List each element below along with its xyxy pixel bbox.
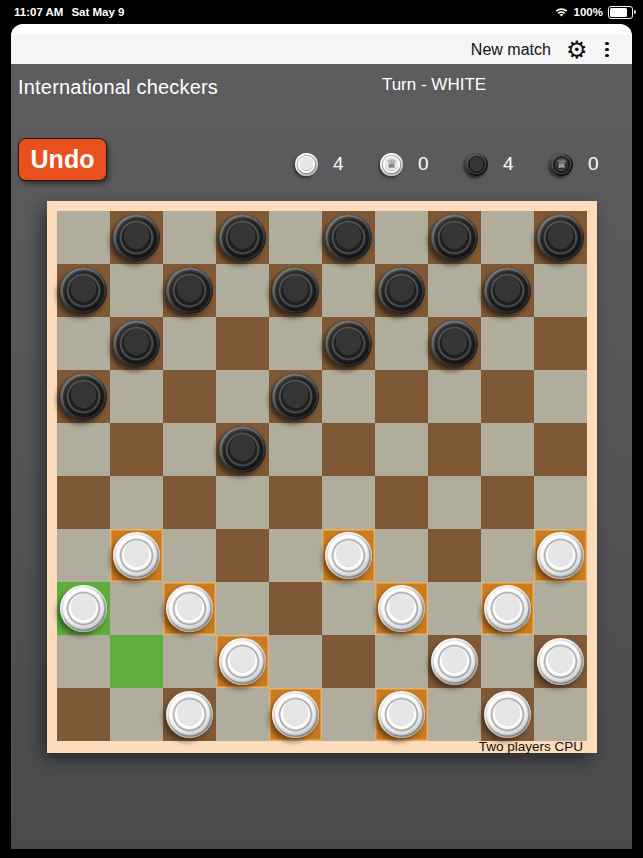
square-r10c8 <box>428 688 481 741</box>
black-piece[interactable] <box>272 373 319 420</box>
square-r8c1[interactable] <box>57 582 110 635</box>
counter-white-man: 4 <box>295 152 344 176</box>
black-piece[interactable] <box>431 214 478 261</box>
square-r10c7[interactable] <box>375 688 428 741</box>
black-piece[interactable] <box>537 214 584 261</box>
square-r5c10[interactable] <box>534 423 587 476</box>
square-r6c3[interactable] <box>163 476 216 529</box>
white-piece[interactable] <box>219 638 266 685</box>
white-piece[interactable] <box>484 585 531 632</box>
square-r10c10 <box>534 688 587 741</box>
square-r7c8[interactable] <box>428 529 481 582</box>
square-r2c6 <box>322 264 375 317</box>
square-r3c1 <box>57 317 110 370</box>
wifi-icon <box>554 7 569 18</box>
status-date: Sat May 9 <box>71 6 124 18</box>
square-r5c3 <box>163 423 216 476</box>
black-piece[interactable] <box>113 214 160 261</box>
square-r7c5 <box>269 529 322 582</box>
square-r10c6 <box>322 688 375 741</box>
black-piece[interactable] <box>272 267 319 314</box>
counter-black-man-value: 4 <box>503 153 514 175</box>
square-r5c8[interactable] <box>428 423 481 476</box>
square-r4c6 <box>322 370 375 423</box>
square-r4c2 <box>110 370 163 423</box>
page-title: International checkers <box>18 76 218 99</box>
square-r7c4[interactable] <box>216 529 269 582</box>
square-r8c4 <box>216 582 269 635</box>
square-r10c4 <box>216 688 269 741</box>
square-r2c10 <box>534 264 587 317</box>
square-r9c4[interactable] <box>216 635 269 688</box>
square-r9c3 <box>163 635 216 688</box>
square-r7c7 <box>375 529 428 582</box>
square-r8c3[interactable] <box>163 582 216 635</box>
black-piece[interactable] <box>484 267 531 314</box>
board-grid <box>57 211 587 741</box>
square-r5c1 <box>57 423 110 476</box>
square-r9c2[interactable] <box>110 635 163 688</box>
square-r2c7[interactable] <box>375 264 428 317</box>
game-mode-label: Two players CPU <box>479 741 583 754</box>
square-r5c9 <box>481 423 534 476</box>
white-piece[interactable] <box>113 532 160 579</box>
square-r4c5[interactable] <box>269 370 322 423</box>
square-r6c4 <box>216 476 269 529</box>
white-piece[interactable] <box>484 691 531 738</box>
black-piece[interactable] <box>219 426 266 473</box>
square-r8c10 <box>534 582 587 635</box>
square-r10c3[interactable] <box>163 688 216 741</box>
square-r5c4[interactable] <box>216 423 269 476</box>
square-r1c2[interactable] <box>110 211 163 264</box>
square-r6c6 <box>322 476 375 529</box>
square-r9c5 <box>269 635 322 688</box>
square-r10c1[interactable] <box>57 688 110 741</box>
white-piece[interactable] <box>378 691 425 738</box>
black-man-icon <box>465 153 488 176</box>
black-piece[interactable] <box>325 214 372 261</box>
square-r8c2 <box>110 582 163 635</box>
square-r2c4 <box>216 264 269 317</box>
square-r4c1[interactable] <box>57 370 110 423</box>
square-r3c9 <box>481 317 534 370</box>
square-r1c9 <box>481 211 534 264</box>
square-r5c2[interactable] <box>110 423 163 476</box>
white-piece[interactable] <box>325 532 372 579</box>
white-piece[interactable] <box>537 638 584 685</box>
square-r3c2[interactable] <box>110 317 163 370</box>
square-r1c10[interactable] <box>534 211 587 264</box>
square-r3c10[interactable] <box>534 317 587 370</box>
counter-black-king: ♕ 0 <box>550 152 599 176</box>
header-bar: International checkers Turn - WHITE <box>11 64 632 110</box>
square-r3c5 <box>269 317 322 370</box>
square-r7c6[interactable] <box>322 529 375 582</box>
black-piece[interactable] <box>219 214 266 261</box>
white-piece[interactable] <box>166 585 213 632</box>
square-r3c3 <box>163 317 216 370</box>
square-r3c7 <box>375 317 428 370</box>
black-piece[interactable] <box>113 320 160 367</box>
square-r10c5[interactable] <box>269 688 322 741</box>
new-match-button[interactable]: New match <box>471 41 551 59</box>
square-r3c6[interactable] <box>322 317 375 370</box>
square-r1c5 <box>269 211 322 264</box>
black-piece[interactable] <box>325 320 372 367</box>
square-r5c6[interactable] <box>322 423 375 476</box>
square-r1c1 <box>57 211 110 264</box>
counter-white-king-value: 0 <box>418 153 429 175</box>
checkers-board: Two players CPU <box>47 201 597 753</box>
square-r2c2 <box>110 264 163 317</box>
white-piece[interactable] <box>166 691 213 738</box>
counter-black-man: 4 <box>465 152 514 176</box>
square-r8c8 <box>428 582 481 635</box>
square-r8c6 <box>322 582 375 635</box>
square-r4c4 <box>216 370 269 423</box>
square-r2c1[interactable] <box>57 264 110 317</box>
square-r4c9[interactable] <box>481 370 534 423</box>
square-r1c4[interactable] <box>216 211 269 264</box>
square-r9c1 <box>57 635 110 688</box>
square-r6c7[interactable] <box>375 476 428 529</box>
square-r4c10 <box>534 370 587 423</box>
black-piece[interactable] <box>431 320 478 367</box>
square-r10c2 <box>110 688 163 741</box>
square-r9c8[interactable] <box>428 635 481 688</box>
square-r4c7[interactable] <box>375 370 428 423</box>
undo-button[interactable]: Undo <box>18 138 107 181</box>
square-r2c8 <box>428 264 481 317</box>
white-king-icon: ♕ <box>380 153 403 176</box>
status-time: 11:07 AM <box>14 6 63 18</box>
white-man-icon <box>295 153 318 176</box>
black-king-icon: ♕ <box>550 153 573 176</box>
square-r1c6[interactable] <box>322 211 375 264</box>
square-r6c5[interactable] <box>269 476 322 529</box>
square-r6c10 <box>534 476 587 529</box>
counter-black-king-value: 0 <box>588 153 599 175</box>
white-piece[interactable] <box>272 691 319 738</box>
white-piece[interactable] <box>537 532 584 579</box>
square-r8c5[interactable] <box>269 582 322 635</box>
turn-indicator: Turn - WHITE <box>382 75 486 95</box>
square-r9c10[interactable] <box>534 635 587 688</box>
square-r9c7 <box>375 635 428 688</box>
toolbar: New match ⚙ <box>11 35 632 64</box>
app-window: New match ⚙ International checkers Turn … <box>11 24 632 849</box>
square-r7c10[interactable] <box>534 529 587 582</box>
status-bar: 11:07 AM Sat May 9 100% <box>0 0 643 24</box>
square-r1c3 <box>163 211 216 264</box>
square-r2c5[interactable] <box>269 264 322 317</box>
black-piece[interactable] <box>378 267 425 314</box>
white-piece[interactable] <box>431 638 478 685</box>
settings-gear-icon[interactable]: ⚙ <box>566 38 588 62</box>
square-r7c3 <box>163 529 216 582</box>
square-r3c8[interactable] <box>428 317 481 370</box>
square-r2c3[interactable] <box>163 264 216 317</box>
square-r7c9 <box>481 529 534 582</box>
square-r7c1 <box>57 529 110 582</box>
overflow-menu-icon[interactable] <box>602 40 612 60</box>
window-top-band <box>11 24 632 35</box>
square-r6c8 <box>428 476 481 529</box>
square-r7c2[interactable] <box>110 529 163 582</box>
square-r9c6[interactable] <box>322 635 375 688</box>
square-r4c3[interactable] <box>163 370 216 423</box>
square-r10c9[interactable] <box>481 688 534 741</box>
square-r8c7[interactable] <box>375 582 428 635</box>
square-r6c1[interactable] <box>57 476 110 529</box>
square-r1c7 <box>375 211 428 264</box>
square-r5c7 <box>375 423 428 476</box>
black-piece[interactable] <box>60 267 107 314</box>
white-piece[interactable] <box>378 585 425 632</box>
square-r6c2 <box>110 476 163 529</box>
battery-icon <box>608 6 633 19</box>
black-piece[interactable] <box>60 373 107 420</box>
white-piece[interactable] <box>60 585 107 632</box>
square-r5c5 <box>269 423 322 476</box>
square-r6c9[interactable] <box>481 476 534 529</box>
square-r2c9[interactable] <box>481 264 534 317</box>
square-r3c4[interactable] <box>216 317 269 370</box>
battery-percent: 100% <box>574 6 603 18</box>
square-r1c8[interactable] <box>428 211 481 264</box>
counter-white-man-value: 4 <box>333 153 344 175</box>
square-r8c9[interactable] <box>481 582 534 635</box>
square-r4c8 <box>428 370 481 423</box>
square-r9c9 <box>481 635 534 688</box>
counter-white-king: ♕ 0 <box>380 152 429 176</box>
black-piece[interactable] <box>166 267 213 314</box>
